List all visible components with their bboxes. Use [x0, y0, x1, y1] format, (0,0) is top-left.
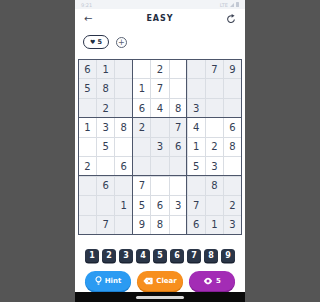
cell-r4c7[interactable]: 4: [188, 118, 205, 136]
numpad-key-8[interactable]: 8: [204, 249, 218, 262]
status-bar: 9:21 LTE: [75, 0, 245, 9]
cell-r8c4[interactable]: 5: [133, 196, 150, 214]
cell-r1c2[interactable]: 1: [97, 60, 114, 78]
cell-r6c7[interactable]: 5: [188, 157, 205, 175]
lives-pill[interactable]: ♥ 5: [83, 35, 109, 49]
cell-r8c1[interactable]: [79, 196, 96, 214]
heart-icon: ♥: [90, 39, 95, 45]
sudoku-app: 9:21 LTE ← EASY ♥ 5 + 612795817264831382…: [75, 0, 245, 302]
cell-r9c4[interactable]: 9: [133, 216, 150, 234]
cell-r7c7[interactable]: [188, 177, 205, 195]
cell-r1c4[interactable]: [133, 60, 150, 78]
cell-r5c2[interactable]: 5: [97, 138, 114, 156]
signal-icon: [230, 3, 234, 7]
box-divider: [132, 60, 134, 234]
cell-r8c6[interactable]: 3: [170, 196, 187, 214]
cell-r3c1[interactable]: [79, 99, 96, 117]
cell-r7c5[interactable]: [151, 177, 168, 195]
hint-label: Hint: [105, 277, 122, 285]
cell-r7c9[interactable]: [224, 177, 241, 195]
numpad-key-3[interactable]: 3: [119, 249, 133, 262]
lives-count: 5: [97, 38, 102, 46]
cell-r5c3[interactable]: [115, 138, 132, 156]
number-pad: 123456789: [75, 249, 245, 262]
cell-r2c3[interactable]: [115, 79, 132, 97]
cell-r7c1[interactable]: [79, 177, 96, 195]
cell-r8c5[interactable]: 6: [151, 196, 168, 214]
lightbulb-icon: [95, 276, 102, 286]
sudoku-board: 6127958172648313827465361282653678156372…: [79, 60, 241, 234]
battery-icon: [236, 2, 239, 7]
numpad-key-2[interactable]: 2: [102, 249, 116, 262]
box-divider: [186, 60, 188, 234]
cell-r3c7[interactable]: 3: [188, 99, 205, 117]
bottom-nav-bar: [75, 292, 245, 302]
clear-button[interactable]: Clear: [137, 271, 183, 291]
cell-r7c3[interactable]: [115, 177, 132, 195]
cell-r4c1[interactable]: 1: [79, 118, 96, 136]
home-indicator[interactable]: [136, 296, 184, 299]
cell-r5c1[interactable]: [79, 138, 96, 156]
cell-r1c1[interactable]: 6: [79, 60, 96, 78]
network-label: LTE: [220, 2, 228, 8]
status-time: 9:21: [81, 2, 92, 8]
reveal-button[interactable]: 5: [189, 271, 235, 291]
cell-r6c9[interactable]: [224, 157, 241, 175]
cell-r1c5[interactable]: 2: [151, 60, 168, 78]
cell-r6c2[interactable]: [97, 157, 114, 175]
numpad-key-7[interactable]: 7: [187, 249, 201, 262]
cell-r9c9[interactable]: 3: [224, 216, 241, 234]
box-divider: [79, 117, 241, 119]
backspace-icon: [143, 277, 153, 285]
numpad-key-6[interactable]: 6: [170, 249, 184, 262]
cell-r2c4[interactable]: 1: [133, 79, 150, 97]
cell-r2c1[interactable]: 5: [79, 79, 96, 97]
reveal-count: 5: [216, 277, 221, 285]
cell-r4c4[interactable]: 2: [133, 118, 150, 136]
header: ← EASY: [75, 9, 245, 28]
cell-r4c6[interactable]: 7: [170, 118, 187, 136]
cell-r5c6[interactable]: 6: [170, 138, 187, 156]
cell-r3c8[interactable]: [206, 99, 223, 117]
cell-r5c5[interactable]: 3: [151, 138, 168, 156]
eye-icon: [203, 277, 213, 285]
cell-r3c9[interactable]: [224, 99, 241, 117]
add-lives-button[interactable]: +: [116, 37, 127, 48]
cell-r9c7[interactable]: 6: [188, 216, 205, 234]
cell-r8c3[interactable]: 1: [115, 196, 132, 214]
cell-r5c4[interactable]: [133, 138, 150, 156]
cell-r9c8[interactable]: 1: [206, 216, 223, 234]
page-title: EASY: [75, 14, 245, 23]
cell-r5c9[interactable]: 8: [224, 138, 241, 156]
cell-r8c9[interactable]: 2: [224, 196, 241, 214]
cell-r5c7[interactable]: 1: [188, 138, 205, 156]
lives-row: ♥ 5 +: [75, 28, 245, 49]
cell-r6c8[interactable]: 3: [206, 157, 223, 175]
cell-r3c3[interactable]: [115, 99, 132, 117]
cell-r1c6[interactable]: [170, 60, 187, 78]
cell-r8c7[interactable]: 7: [188, 196, 205, 214]
clear-label: Clear: [156, 277, 176, 285]
cell-r4c9[interactable]: 6: [224, 118, 241, 136]
cell-r2c2[interactable]: 8: [97, 79, 114, 97]
numpad-key-1[interactable]: 1: [85, 249, 99, 262]
cell-r3c6[interactable]: 8: [170, 99, 187, 117]
cell-r4c8[interactable]: [206, 118, 223, 136]
cell-r7c6[interactable]: [170, 177, 187, 195]
cell-r2c8[interactable]: [206, 79, 223, 97]
cell-r1c8[interactable]: 7: [206, 60, 223, 78]
cell-r9c1[interactable]: [79, 216, 96, 234]
cell-r9c3[interactable]: [115, 216, 132, 234]
cell-r5c8[interactable]: 2: [206, 138, 223, 156]
cell-r2c6[interactable]: [170, 79, 187, 97]
cell-r3c4[interactable]: 6: [133, 99, 150, 117]
cell-r7c4[interactable]: 7: [133, 177, 150, 195]
cell-r8c2[interactable]: [97, 196, 114, 214]
cell-r9c5[interactable]: 8: [151, 216, 168, 234]
cell-r6c4[interactable]: [133, 157, 150, 175]
cell-r1c7[interactable]: [188, 60, 205, 78]
cell-r7c2[interactable]: 6: [97, 177, 114, 195]
cell-r6c3[interactable]: 6: [115, 157, 132, 175]
board-frame: 6127958172648313827465361282653678156372…: [78, 59, 242, 235]
numpad-key-5[interactable]: 5: [153, 249, 167, 262]
cell-r6c1[interactable]: 2: [79, 157, 96, 175]
numpad-key-4[interactable]: 4: [136, 249, 150, 262]
cell-r7c8[interactable]: 8: [206, 177, 223, 195]
cell-r2c9[interactable]: [224, 79, 241, 97]
cell-r9c2[interactable]: 7: [97, 216, 114, 234]
cell-r2c5[interactable]: 7: [151, 79, 168, 97]
cell-r1c9[interactable]: 9: [224, 60, 241, 78]
cell-r4c2[interactable]: 3: [97, 118, 114, 136]
action-buttons: Hint Clear 5: [75, 271, 245, 291]
cell-r6c6[interactable]: [170, 157, 187, 175]
numpad-key-9[interactable]: 9: [221, 249, 235, 262]
box-divider: [79, 175, 241, 177]
cell-r1c3[interactable]: [115, 60, 132, 78]
cell-r3c2[interactable]: 2: [97, 99, 114, 117]
hint-button[interactable]: Hint: [85, 271, 131, 291]
cell-r2c7[interactable]: [188, 79, 205, 97]
cell-r4c3[interactable]: 8: [115, 118, 132, 136]
cell-r6c5[interactable]: [151, 157, 168, 175]
cell-r4c5[interactable]: [151, 118, 168, 136]
cell-r8c8[interactable]: [206, 196, 223, 214]
cell-r9c6[interactable]: [170, 216, 187, 234]
cell-r3c5[interactable]: 4: [151, 99, 168, 117]
